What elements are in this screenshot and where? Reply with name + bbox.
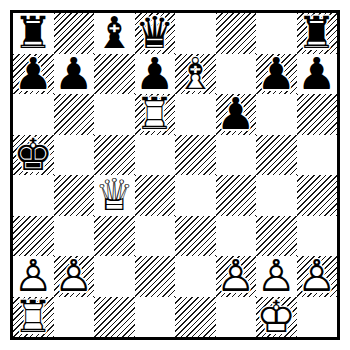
piece-glyph: ♝ <box>94 13 135 54</box>
piece-glyph: ♙ <box>216 256 257 297</box>
piece-glyph: ♟ <box>13 54 54 95</box>
square-f2[interactable]: ♟♙ <box>216 256 257 297</box>
square-a4[interactable] <box>13 175 54 216</box>
white-king-g1: ♚♔ <box>256 297 297 338</box>
square-d1[interactable] <box>135 297 176 338</box>
piece-glyph: ♚ <box>13 135 54 176</box>
square-h2[interactable]: ♟♙ <box>297 256 338 297</box>
square-f6[interactable]: ♟♟ <box>216 94 257 135</box>
white-rook-d6: ♜♖ <box>135 94 176 135</box>
square-h1[interactable] <box>297 297 338 338</box>
square-b1[interactable] <box>54 297 95 338</box>
board-frame: ♜♜♝♝♛♛♜♜♟♟♟♟♟♟♝♗♟♟♟♟♜♖♟♟♚♚♛♕♟♙♟♙♟♙♟♙♟♙♜♖… <box>10 10 340 340</box>
square-d3[interactable] <box>135 216 176 257</box>
square-d5[interactable] <box>135 135 176 176</box>
square-c6[interactable] <box>94 94 135 135</box>
black-king-a5: ♚♚ <box>13 135 54 176</box>
white-pawn-b2: ♟♙ <box>54 256 95 297</box>
square-b2[interactable]: ♟♙ <box>54 256 95 297</box>
black-pawn-f6: ♟♟ <box>216 94 257 135</box>
piece-glyph: ♕ <box>94 175 135 216</box>
square-c4[interactable]: ♛♕ <box>94 175 135 216</box>
square-g7[interactable]: ♟♟ <box>256 54 297 95</box>
piece-glyph: ♖ <box>135 94 176 135</box>
square-e7[interactable]: ♝♗ <box>175 54 216 95</box>
piece-glyph: ♟ <box>54 54 95 95</box>
piece-glyph: ♖ <box>13 297 54 338</box>
square-c7[interactable] <box>94 54 135 95</box>
black-pawn-g7: ♟♟ <box>256 54 297 95</box>
square-e5[interactable] <box>175 135 216 176</box>
white-pawn-f2: ♟♙ <box>216 256 257 297</box>
chess-board: ♜♜♝♝♛♛♜♜♟♟♟♟♟♟♝♗♟♟♟♟♜♖♟♟♚♚♛♕♟♙♟♙♟♙♟♙♟♙♜♖… <box>13 13 337 337</box>
square-h5[interactable] <box>297 135 338 176</box>
piece-glyph: ♟ <box>297 54 338 95</box>
square-c8[interactable]: ♝♝ <box>94 13 135 54</box>
square-c3[interactable] <box>94 216 135 257</box>
square-f1[interactable] <box>216 297 257 338</box>
square-a1[interactable]: ♜♖ <box>13 297 54 338</box>
square-f5[interactable] <box>216 135 257 176</box>
square-a7[interactable]: ♟♟ <box>13 54 54 95</box>
piece-glyph: ♙ <box>297 256 338 297</box>
square-g6[interactable] <box>256 94 297 135</box>
square-e1[interactable] <box>175 297 216 338</box>
square-c2[interactable] <box>94 256 135 297</box>
square-b5[interactable] <box>54 135 95 176</box>
square-g1[interactable]: ♚♔ <box>256 297 297 338</box>
square-e4[interactable] <box>175 175 216 216</box>
square-c1[interactable] <box>94 297 135 338</box>
square-f8[interactable] <box>216 13 257 54</box>
piece-glyph: ♗ <box>175 54 216 95</box>
square-g4[interactable] <box>256 175 297 216</box>
square-b7[interactable]: ♟♟ <box>54 54 95 95</box>
page-root: { "game": "chess", "position": "r1bq3r/p… <box>0 0 350 350</box>
square-g5[interactable] <box>256 135 297 176</box>
piece-glyph: ♟ <box>216 94 257 135</box>
black-pawn-h7: ♟♟ <box>297 54 338 95</box>
square-h6[interactable] <box>297 94 338 135</box>
black-pawn-a7: ♟♟ <box>13 54 54 95</box>
black-bishop-c8: ♝♝ <box>94 13 135 54</box>
white-bishop-e7: ♝♗ <box>175 54 216 95</box>
square-b6[interactable] <box>54 94 95 135</box>
white-pawn-h2: ♟♙ <box>297 256 338 297</box>
black-pawn-b7: ♟♟ <box>54 54 95 95</box>
piece-glyph: ♙ <box>54 256 95 297</box>
white-rook-a1: ♜♖ <box>13 297 54 338</box>
piece-glyph: ♔ <box>256 297 297 338</box>
square-d6[interactable]: ♜♖ <box>135 94 176 135</box>
square-e6[interactable] <box>175 94 216 135</box>
square-h4[interactable] <box>297 175 338 216</box>
square-h7[interactable]: ♟♟ <box>297 54 338 95</box>
square-d4[interactable] <box>135 175 176 216</box>
square-e2[interactable] <box>175 256 216 297</box>
white-queen-c4: ♛♕ <box>94 175 135 216</box>
piece-glyph: ♟ <box>256 54 297 95</box>
square-d2[interactable] <box>135 256 176 297</box>
square-e3[interactable] <box>175 216 216 257</box>
square-f4[interactable] <box>216 175 257 216</box>
square-b4[interactable] <box>54 175 95 216</box>
square-a5[interactable]: ♚♚ <box>13 135 54 176</box>
